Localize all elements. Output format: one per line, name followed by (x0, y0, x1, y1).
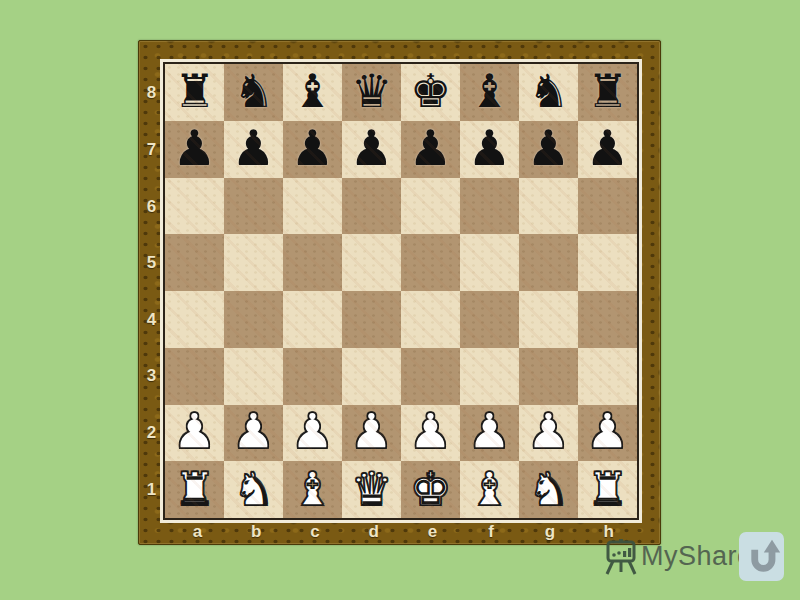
square-d1[interactable]: ♛ (342, 461, 401, 518)
square-b3[interactable] (224, 348, 283, 405)
square-g2[interactable]: ♟ (519, 405, 578, 462)
white-pawn: ♟ (173, 407, 217, 456)
square-b2[interactable]: ♟ (224, 405, 283, 462)
square-g8[interactable]: ♞ (519, 64, 578, 121)
square-c8[interactable]: ♝ (283, 64, 342, 121)
black-bishop: ♝ (292, 68, 333, 114)
square-c2[interactable]: ♟ (283, 405, 342, 462)
square-a3[interactable] (165, 348, 224, 405)
white-king: ♚ (410, 466, 451, 512)
file-label-a: a (168, 520, 227, 544)
square-c5[interactable] (283, 234, 342, 291)
black-queen: ♛ (351, 68, 392, 114)
black-bishop: ♝ (469, 68, 510, 114)
square-a7[interactable]: ♟ (165, 121, 224, 178)
square-a6[interactable] (165, 178, 224, 235)
square-h1[interactable]: ♜ (578, 461, 637, 518)
square-d3[interactable] (342, 348, 401, 405)
file-labels: abcdefgh (168, 520, 638, 544)
square-g1[interactable]: ♞ (519, 461, 578, 518)
white-pawn: ♟ (586, 407, 630, 456)
square-a2[interactable]: ♟ (165, 405, 224, 462)
square-a5[interactable] (165, 234, 224, 291)
square-d7[interactable]: ♟ (342, 121, 401, 178)
black-knight: ♞ (233, 68, 274, 114)
black-rook: ♜ (587, 68, 628, 114)
square-e1[interactable]: ♚ (401, 461, 460, 518)
white-pawn: ♟ (468, 407, 512, 456)
square-a8[interactable]: ♜ (165, 64, 224, 121)
square-h8[interactable]: ♜ (578, 64, 637, 121)
white-rook: ♜ (174, 466, 215, 512)
square-d6[interactable] (342, 178, 401, 235)
white-pawn: ♟ (409, 407, 453, 456)
white-knight: ♞ (233, 466, 274, 512)
square-f8[interactable]: ♝ (460, 64, 519, 121)
square-f7[interactable]: ♟ (460, 121, 519, 178)
watermark-badge[interactable] (739, 532, 784, 581)
white-bishop: ♝ (469, 466, 510, 512)
black-pawn: ♟ (527, 124, 571, 173)
square-e6[interactable] (401, 178, 460, 235)
black-pawn: ♟ (468, 124, 512, 173)
square-g3[interactable] (519, 348, 578, 405)
square-c6[interactable] (283, 178, 342, 235)
square-a1[interactable]: ♜ (165, 461, 224, 518)
square-h3[interactable] (578, 348, 637, 405)
black-rook: ♜ (174, 68, 215, 114)
black-pawn: ♟ (232, 124, 276, 173)
square-f6[interactable] (460, 178, 519, 235)
black-pawn: ♟ (291, 124, 335, 173)
square-c4[interactable] (283, 291, 342, 348)
square-f3[interactable] (460, 348, 519, 405)
square-a4[interactable] (165, 291, 224, 348)
black-pawn: ♟ (350, 124, 394, 173)
white-knight: ♞ (528, 466, 569, 512)
square-c3[interactable] (283, 348, 342, 405)
white-pawn: ♟ (291, 407, 335, 456)
white-rook: ♜ (587, 466, 628, 512)
chessboard: ♜♞♝♛♚♝♞♜♟♟♟♟♟♟♟♟♟♟♟♟♟♟♟♟♜♞♝♛♚♝♞♜ (163, 62, 639, 520)
white-queen: ♛ (351, 466, 392, 512)
square-b4[interactable] (224, 291, 283, 348)
file-label-b: b (227, 520, 286, 544)
square-h4[interactable] (578, 291, 637, 348)
square-e5[interactable] (401, 234, 460, 291)
square-f5[interactable] (460, 234, 519, 291)
white-pawn: ♟ (527, 407, 571, 456)
file-label-f: f (462, 520, 521, 544)
white-pawn: ♟ (350, 407, 394, 456)
square-h5[interactable] (578, 234, 637, 291)
black-pawn: ♟ (409, 124, 453, 173)
board-border: ♜♞♝♛♚♝♞♜♟♟♟♟♟♟♟♟♟♟♟♟♟♟♟♟♜♞♝♛♚♝♞♜ (160, 59, 642, 523)
square-e4[interactable] (401, 291, 460, 348)
black-pawn: ♟ (173, 124, 217, 173)
black-knight: ♞ (528, 68, 569, 114)
square-g7[interactable]: ♟ (519, 121, 578, 178)
square-b6[interactable] (224, 178, 283, 235)
square-f1[interactable]: ♝ (460, 461, 519, 518)
white-bishop: ♝ (292, 466, 333, 512)
square-d4[interactable] (342, 291, 401, 348)
file-label-d: d (344, 520, 403, 544)
black-pawn: ♟ (586, 124, 630, 173)
square-h7[interactable]: ♟ (578, 121, 637, 178)
square-d2[interactable]: ♟ (342, 405, 401, 462)
white-pawn: ♟ (232, 407, 276, 456)
square-h2[interactable]: ♟ (578, 405, 637, 462)
square-g4[interactable] (519, 291, 578, 348)
square-b1[interactable]: ♞ (224, 461, 283, 518)
easel-chart-icon (604, 538, 638, 575)
square-c7[interactable]: ♟ (283, 121, 342, 178)
square-e8[interactable]: ♚ (401, 64, 460, 121)
file-label-g: g (521, 520, 580, 544)
file-label-e: e (403, 520, 462, 544)
u-turn-arrow-icon (742, 536, 782, 578)
square-g6[interactable] (519, 178, 578, 235)
square-b5[interactable] (224, 234, 283, 291)
slide-background: 87654321 abcdefgh ♜♞♝♛♚♝♞♜♟♟♟♟♟♟♟♟♟♟♟♟♟♟… (0, 0, 800, 600)
square-d5[interactable] (342, 234, 401, 291)
square-e3[interactable] (401, 348, 460, 405)
black-king: ♚ (410, 68, 451, 114)
square-b8[interactable]: ♞ (224, 64, 283, 121)
square-c1[interactable]: ♝ (283, 461, 342, 518)
square-b7[interactable]: ♟ (224, 121, 283, 178)
square-d8[interactable]: ♛ (342, 64, 401, 121)
square-e7[interactable]: ♟ (401, 121, 460, 178)
square-f2[interactable]: ♟ (460, 405, 519, 462)
square-h6[interactable] (578, 178, 637, 235)
square-g5[interactable] (519, 234, 578, 291)
square-e2[interactable]: ♟ (401, 405, 460, 462)
square-f4[interactable] (460, 291, 519, 348)
file-label-c: c (286, 520, 345, 544)
